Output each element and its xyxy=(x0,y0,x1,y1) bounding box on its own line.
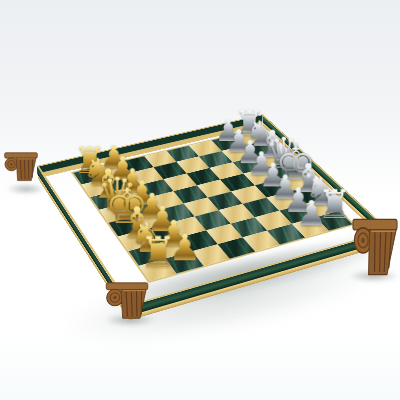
gold-rook[interactable]: ♜ xyxy=(140,231,178,273)
chessboard: ♜♟♟♜♞♟♟♞♝♟♟♝♛♟♟♛♚♟♟♚♝♟♟♝♞♟♟♞♜♟♟♜ xyxy=(37,114,390,306)
bronze-foot-icon xyxy=(104,282,150,320)
chess-set-photo: ♜♟♟♜♞♟♟♞♝♟♟♝♛♟♟♛♚♟♟♚♝♟♟♝♞♟♟♞♜♟♟♜ xyxy=(0,0,400,400)
board-top-face: ♜♟♟♜♞♟♟♞♝♟♟♝♛♟♟♛♚♟♟♚♝♟♟♝♞♟♟♞♜♟♟♜ xyxy=(37,114,390,306)
bronze-foot-icon xyxy=(352,218,398,276)
silver-pawn[interactable]: ♟ xyxy=(296,196,327,231)
foot-shadow xyxy=(6,184,46,194)
bronze-foot-icon xyxy=(4,152,38,182)
surface-sheen xyxy=(0,334,400,400)
square-h1[interactable]: ♜ xyxy=(139,258,177,281)
